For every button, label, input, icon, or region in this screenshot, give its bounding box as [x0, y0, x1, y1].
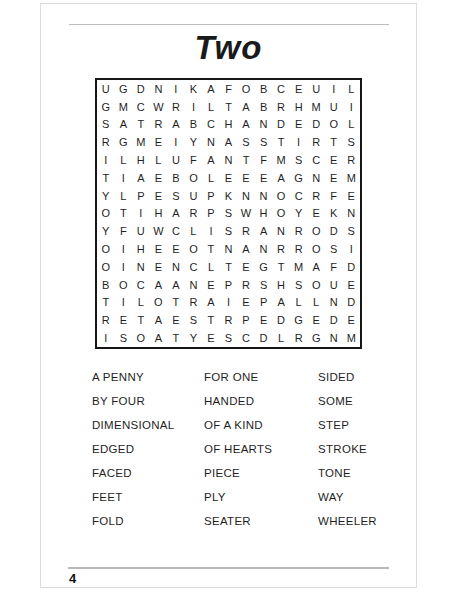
grid-cell: A	[202, 294, 220, 312]
word-item: FEET	[92, 485, 204, 509]
grid-cell: I	[97, 329, 115, 347]
grid-cell: N	[255, 240, 273, 258]
grid-cell: N	[342, 205, 360, 223]
grid-cell: F	[220, 80, 238, 98]
grid-cell: I	[202, 222, 220, 240]
grid-cell: R	[237, 276, 255, 294]
grid-cell: I	[115, 258, 133, 276]
grid-cell: D	[325, 311, 343, 329]
grid-cell: R	[237, 222, 255, 240]
grid-cell: I	[167, 80, 185, 98]
word-item: STROKE	[318, 437, 377, 461]
grid-cell: C	[167, 222, 185, 240]
grid-cell: T	[132, 311, 150, 329]
grid-cell: L	[272, 329, 290, 347]
grid-cell: B	[185, 116, 203, 134]
grid-cell: L	[342, 80, 360, 98]
grid-cell: S	[220, 222, 238, 240]
grid-cell: L	[185, 222, 203, 240]
grid-cell: T	[97, 169, 115, 187]
grid-cell: T	[132, 116, 150, 134]
grid-cell: S	[325, 240, 343, 258]
grid-cell: E	[325, 169, 343, 187]
grid-cell: P	[237, 311, 255, 329]
grid-cell: H	[220, 116, 238, 134]
grid-cell: N	[202, 133, 220, 151]
grid-cell: E	[255, 169, 273, 187]
word-item: STEP	[318, 413, 377, 437]
grid-cell: Y	[185, 133, 203, 151]
grid-cell: D	[307, 116, 325, 134]
grid-cell: U	[132, 222, 150, 240]
grid-cell: E	[237, 258, 255, 276]
grid-cell: F	[255, 151, 273, 169]
grid-cell: N	[255, 116, 273, 134]
grid-cell: L	[132, 294, 150, 312]
word-item: EDGED	[92, 437, 204, 461]
word-item: FOR ONE	[204, 365, 318, 389]
grid-cell: P	[202, 205, 220, 223]
grid-cell: N	[325, 294, 343, 312]
grid-cell: E	[150, 187, 168, 205]
grid-cell: O	[97, 240, 115, 258]
grid-cell: W	[150, 222, 168, 240]
grid-cell: A	[167, 205, 185, 223]
grid-cell: E	[342, 276, 360, 294]
word-item: FOLD	[92, 509, 204, 533]
grid-cell: D	[255, 329, 273, 347]
grid-cell: E	[290, 80, 308, 98]
grid-cell: E	[150, 240, 168, 258]
grid-cell: C	[237, 329, 255, 347]
grid-cell: E	[255, 311, 273, 329]
grid-cell: A	[115, 116, 133, 134]
grid-cell: G	[307, 329, 325, 347]
grid-cell: H	[255, 205, 273, 223]
grid-cell: E	[307, 205, 325, 223]
grid-cell: U	[185, 187, 203, 205]
grid-cell: N	[325, 329, 343, 347]
grid-cell: E	[202, 329, 220, 347]
grid-cell: R	[150, 116, 168, 134]
grid-cell: R	[342, 151, 360, 169]
grid-cell: D	[132, 80, 150, 98]
grid-cell: A	[255, 222, 273, 240]
grid-cell: E	[237, 169, 255, 187]
grid-cell: E	[307, 311, 325, 329]
grid-cell: F	[325, 187, 343, 205]
grid-cell: A	[272, 169, 290, 187]
grid-cell: L	[115, 151, 133, 169]
grid-cell: T	[237, 151, 255, 169]
grid-cell: A	[220, 133, 238, 151]
grid-cell: F	[115, 222, 133, 240]
grid-cell: A	[202, 151, 220, 169]
grid-cell: A	[150, 276, 168, 294]
grid-cell: T	[97, 294, 115, 312]
grid-cell: A	[132, 169, 150, 187]
grid-cell: H	[150, 205, 168, 223]
grid-cell: H	[290, 98, 308, 116]
grid-cell: E	[115, 311, 133, 329]
word-item: WHEELER	[318, 509, 377, 533]
grid-cell: B	[167, 169, 185, 187]
grid-cell: R	[290, 222, 308, 240]
grid-cell: R	[307, 133, 325, 151]
word-item: SEATER	[204, 509, 318, 533]
word-item: SOME	[318, 389, 377, 413]
word-item: PLY	[204, 485, 318, 509]
grid-cell: I	[97, 151, 115, 169]
grid-cell: E	[150, 133, 168, 151]
grid-cell: A	[150, 329, 168, 347]
grid-cell: A	[237, 116, 255, 134]
grid-cell: H	[132, 240, 150, 258]
grid-cell: C	[185, 258, 203, 276]
grid-cell: M	[115, 98, 133, 116]
grid-cell: E	[150, 258, 168, 276]
grid-cell: S	[290, 151, 308, 169]
grid-cell: S	[167, 187, 185, 205]
grid-cell: N	[220, 151, 238, 169]
grid-cell: D	[342, 294, 360, 312]
grid-cell: O	[150, 294, 168, 312]
grid-cell: S	[237, 133, 255, 151]
grid-cell: G	[115, 133, 133, 151]
grid-cell: P	[220, 276, 238, 294]
word-item: BY FOUR	[92, 389, 204, 413]
word-column-2: FOR ONEHANDEDOF A KINDOF HEARTSPIECEPLYS…	[204, 365, 318, 533]
grid-cell: O	[97, 205, 115, 223]
grid-cell: T	[202, 240, 220, 258]
grid-cell: D	[272, 116, 290, 134]
grid-cell: K	[185, 80, 203, 98]
grid-cell: U	[325, 276, 343, 294]
grid-cell: N	[185, 276, 203, 294]
word-item: PIECE	[204, 461, 318, 485]
grid-cell: T	[272, 258, 290, 276]
grid-cell: L	[290, 294, 308, 312]
grid-cell: C	[290, 187, 308, 205]
grid-cell: Y	[97, 187, 115, 205]
grid-cell: G	[97, 98, 115, 116]
grid-cell: O	[115, 276, 133, 294]
grid-cell: N	[220, 240, 238, 258]
grid-cell: A	[167, 116, 185, 134]
word-column-3: SIDEDSOMESTEPSTROKETONEWAYWHEELER	[318, 365, 377, 533]
grid-cell: L	[150, 151, 168, 169]
grid-cell: I	[115, 294, 133, 312]
grid-cell: R	[185, 205, 203, 223]
grid-cell: R	[97, 133, 115, 151]
grid-cell: N	[150, 80, 168, 98]
grid-cell: Y	[97, 222, 115, 240]
grid-cell: O	[185, 240, 203, 258]
grid-cell: I	[115, 240, 133, 258]
word-item: DIMENSIONAL	[92, 413, 204, 437]
top-divider	[69, 24, 389, 25]
grid-cell: D	[325, 222, 343, 240]
grid-cell: O	[307, 240, 325, 258]
grid-cell: M	[342, 329, 360, 347]
grid-cell: A	[202, 80, 220, 98]
word-item: WAY	[318, 485, 377, 509]
grid-cell: C	[272, 80, 290, 98]
grid-cell: F	[185, 151, 203, 169]
grid-cell: R	[272, 98, 290, 116]
grid-cell: R	[167, 98, 185, 116]
grid-cell: Y	[185, 329, 203, 347]
grid-cell: O	[237, 80, 255, 98]
grid-cell: I	[167, 133, 185, 151]
grid-cell: S	[290, 276, 308, 294]
grid-cell: R	[307, 187, 325, 205]
grid-cell: A	[237, 98, 255, 116]
grid-cell: E	[167, 311, 185, 329]
grid-cell: I	[115, 169, 133, 187]
grid-cell: P	[202, 187, 220, 205]
grid-cell: B	[255, 98, 273, 116]
grid-cell: I	[325, 80, 343, 98]
grid-cell: I	[132, 205, 150, 223]
grid-cell: F	[325, 258, 343, 276]
grid-cell: H	[132, 151, 150, 169]
grid-cell: E	[220, 169, 238, 187]
grid-cell: K	[325, 205, 343, 223]
grid-cell: M	[290, 258, 308, 276]
grid-cell: T	[167, 294, 185, 312]
grid-cell: C	[132, 98, 150, 116]
word-column-1: A PENNYBY FOURDIMENSIONALEDGEDFACEDFEETF…	[92, 365, 204, 533]
grid-cell: E	[202, 276, 220, 294]
word-item: A PENNY	[92, 365, 204, 389]
grid-cell: R	[220, 311, 238, 329]
word-list: A PENNYBY FOURDIMENSIONALEDGEDFACEDFEETF…	[92, 365, 377, 533]
grid-cell: L	[202, 98, 220, 116]
grid-cell: M	[307, 98, 325, 116]
bottom-divider	[68, 567, 389, 569]
grid-cell: S	[342, 222, 360, 240]
grid-cell: L	[307, 294, 325, 312]
grid-cell: E	[150, 169, 168, 187]
grid-cell: L	[342, 116, 360, 134]
grid-cell: D	[272, 311, 290, 329]
grid-cell: A	[167, 276, 185, 294]
grid-cell: T	[167, 329, 185, 347]
grid-cell: N	[307, 169, 325, 187]
grid-cell: B	[97, 276, 115, 294]
grid-cell: O	[132, 329, 150, 347]
grid-cell: S	[342, 133, 360, 151]
grid-cell: E	[290, 116, 308, 134]
grid-cell: U	[325, 98, 343, 116]
grid-cell: T	[220, 258, 238, 276]
grid-cell: R	[97, 311, 115, 329]
grid-cell: N	[237, 187, 255, 205]
grid-cell: E	[342, 187, 360, 205]
grid-cell: N	[255, 187, 273, 205]
word-item: FACED	[92, 461, 204, 485]
grid-cell: T	[202, 311, 220, 329]
grid-cell: C	[202, 116, 220, 134]
grid-cell: G	[115, 80, 133, 98]
grid-cell: E	[237, 294, 255, 312]
grid-cell: T	[272, 133, 290, 151]
grid-cell: O	[325, 116, 343, 134]
grid-cell: I	[290, 133, 308, 151]
grid-cell: I	[220, 294, 238, 312]
grid-cell: O	[307, 276, 325, 294]
grid-cell: W	[237, 205, 255, 223]
grid-cell: A	[272, 294, 290, 312]
grid-cell: W	[150, 98, 168, 116]
grid-cell: S	[220, 329, 238, 347]
word-item: OF A KIND	[204, 413, 318, 437]
grid-cell: E	[167, 240, 185, 258]
word-search-grid: UGDNIKAFOBCEUILGMCWRILTABRHMUISATRABCHAN…	[95, 78, 362, 349]
grid-cell: O	[307, 222, 325, 240]
grid-cell: I	[342, 98, 360, 116]
grid-cell: S	[220, 205, 238, 223]
word-item: SIDED	[318, 365, 377, 389]
puzzle-page: Two UGDNIKAFOBCEUILGMCWRILTABRHMUISATRAB…	[40, 3, 417, 588]
grid-cell: D	[342, 258, 360, 276]
grid-cell: G	[290, 311, 308, 329]
grid-cell: S	[255, 276, 273, 294]
grid-cell: G	[255, 258, 273, 276]
grid-cell: K	[220, 187, 238, 205]
grid-cell: P	[255, 294, 273, 312]
grid-cell: A	[307, 258, 325, 276]
grid-cell: N	[167, 258, 185, 276]
grid-cell: O	[97, 258, 115, 276]
grid-cell: N	[272, 222, 290, 240]
grid-cell: R	[185, 294, 203, 312]
grid-cell: T	[115, 205, 133, 223]
word-item: TONE	[318, 461, 377, 485]
grid-cell: O	[272, 205, 290, 223]
grid-cell: R	[290, 240, 308, 258]
grid-cell: M	[132, 133, 150, 151]
grid-cell: L	[115, 187, 133, 205]
grid-cell: U	[307, 80, 325, 98]
grid-cell: A	[150, 311, 168, 329]
grid-cell: U	[97, 80, 115, 98]
grid-cell: S	[255, 133, 273, 151]
grid-cell: U	[167, 151, 185, 169]
grid-cell: A	[237, 240, 255, 258]
grid-cell: M	[342, 169, 360, 187]
grid-cell: R	[290, 329, 308, 347]
grid-cell: C	[307, 151, 325, 169]
grid-cell: S	[185, 311, 203, 329]
word-item: OF HEARTS	[204, 437, 318, 461]
grid-cell: E	[342, 311, 360, 329]
grid-cell: R	[272, 240, 290, 258]
grid-cell: S	[97, 116, 115, 134]
grid-cell: T	[220, 98, 238, 116]
grid-cell: N	[132, 258, 150, 276]
grid-cell: T	[325, 133, 343, 151]
grid-cell: Y	[290, 205, 308, 223]
grid-cell: C	[132, 276, 150, 294]
grid-cell: M	[272, 151, 290, 169]
grid-cell: H	[272, 276, 290, 294]
grid-cell: B	[255, 80, 273, 98]
grid-cell: O	[272, 187, 290, 205]
grid-cell: S	[115, 329, 133, 347]
grid-cell: P	[132, 187, 150, 205]
word-item: HANDED	[204, 389, 318, 413]
grid-cell: I	[342, 240, 360, 258]
grid-cell: L	[202, 258, 220, 276]
page-title: Two	[41, 29, 416, 67]
grid-cell: E	[325, 151, 343, 169]
grid-cell: O	[185, 169, 203, 187]
grid-cell: I	[185, 98, 203, 116]
page-number: 4	[69, 571, 76, 586]
grid-cell: G	[290, 169, 308, 187]
grid-cell: L	[202, 169, 220, 187]
